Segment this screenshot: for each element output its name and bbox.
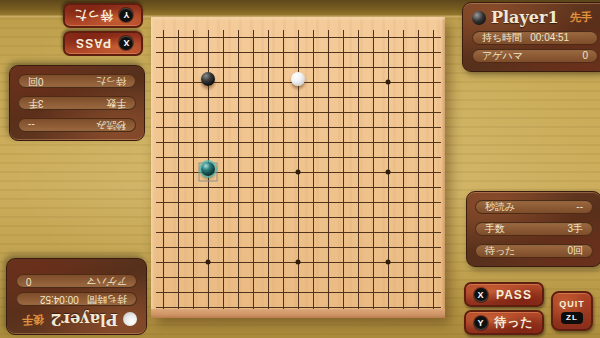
black-stone-last-move	[201, 162, 215, 176]
zl-button-icon: ZL	[561, 312, 583, 324]
undo-label: 待った	[494, 314, 534, 331]
byoyomi-value: --	[576, 200, 583, 214]
move-count-row: 手数 3手	[475, 222, 593, 236]
undo-count-value: 0回	[28, 74, 44, 88]
player1-time-row: 持ち時間 00:04:51	[472, 31, 598, 45]
player1-stats-panel: 秒読み -- 手数 3手 待った 0回	[466, 191, 600, 267]
y-button-icon: Y	[474, 316, 488, 330]
player1-captures-label: アゲハマ	[482, 49, 523, 63]
black-stone-icon	[472, 11, 486, 25]
board-front-edge	[151, 309, 445, 318]
pass-label: PASS	[73, 37, 113, 51]
player2-header: Player2 後手	[16, 310, 137, 329]
move-count-label: 手数	[485, 222, 505, 236]
y-button-icon: Y	[119, 9, 133, 23]
star-point	[386, 170, 391, 175]
byoyomi-value: --	[28, 118, 35, 132]
player2-captures-value: 0	[26, 274, 32, 288]
white-stone	[291, 72, 305, 86]
undo-count-row: 待った 0回	[475, 244, 593, 258]
move-count-label: 手数	[106, 96, 126, 110]
player2-time-label: 持ち時間	[87, 292, 127, 306]
player2-name: Player2	[50, 310, 118, 329]
player2-stats-panel: 秒読み -- 手数 3手 待った 0回	[9, 65, 145, 141]
player1-captures-value: 0	[582, 49, 588, 63]
player1-controls: X PASS Y 待った	[464, 282, 546, 335]
player2-captures-label: アゲハマ	[86, 274, 127, 288]
undo-label: 待った	[73, 7, 113, 24]
move-count-value: 3手	[28, 96, 44, 110]
x-button-icon: X	[119, 37, 133, 51]
undo-count-row: 待った 0回	[18, 74, 136, 88]
player1-time-label: 持ち時間	[482, 31, 522, 45]
quit-label: QUIT	[559, 299, 585, 309]
undo-count-value: 0回	[567, 244, 583, 258]
player2-time-row: 持ち時間 00:04:52	[16, 292, 137, 306]
star-point	[296, 170, 301, 175]
x-button-icon: X	[474, 288, 488, 302]
byoyomi-label: 秒読み	[96, 118, 126, 132]
player1-role-badge: 先手	[570, 10, 592, 25]
player2-undo-button[interactable]: Y 待った	[63, 3, 143, 28]
white-stone-icon	[123, 313, 137, 327]
player2-role-badge: 後手	[22, 312, 44, 327]
star-point	[206, 260, 211, 265]
quit-button[interactable]: QUIT ZL	[551, 291, 593, 331]
byoyomi-row: 秒読み --	[18, 118, 136, 132]
player1-captures-row: アゲハマ 0	[472, 49, 598, 63]
player1-name: Player1	[491, 8, 559, 27]
undo-count-label: 待った	[96, 74, 126, 88]
undo-count-label: 待った	[485, 244, 515, 258]
move-count-row: 手数 3手	[18, 96, 136, 110]
byoyomi-label: 秒読み	[485, 200, 515, 214]
player1-undo-button[interactable]: Y 待った	[464, 310, 544, 335]
star-point	[296, 260, 301, 265]
move-count-value: 3手	[567, 222, 583, 236]
star-point	[386, 260, 391, 265]
player2-pass-button[interactable]: X PASS	[63, 31, 143, 56]
pass-label: PASS	[494, 288, 534, 302]
black-stone	[201, 72, 215, 86]
player1-time-value: 00:04:51	[530, 31, 569, 45]
star-point	[386, 80, 391, 85]
player2-info-panel: Player2 後手 持ち時間 00:04:52 アゲハマ 0	[6, 258, 147, 335]
player2-time-value: 00:04:52	[40, 292, 79, 306]
byoyomi-row: 秒読み --	[475, 200, 593, 214]
player2-controls: X PASS Y 待った	[63, 3, 143, 56]
go-grid[interactable]	[156, 30, 441, 315]
player1-header: Player1 先手	[472, 8, 598, 27]
game-screen: X PASS Y 待った 秒読み -- 手数 3手 待った 0回 Player2…	[0, 0, 600, 338]
player1-pass-button[interactable]: X PASS	[464, 282, 544, 307]
player1-info-panel: Player1 先手 持ち時間 00:04:51 アゲハマ 0	[462, 2, 600, 72]
player2-captures-row: アゲハマ 0	[16, 274, 137, 288]
go-board[interactable]	[151, 17, 445, 317]
